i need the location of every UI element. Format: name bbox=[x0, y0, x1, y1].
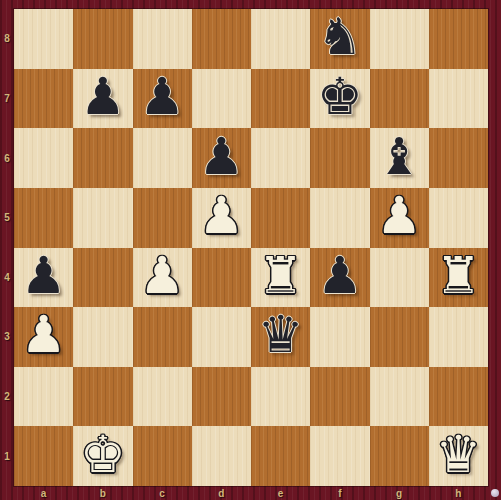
file-label-g: g bbox=[370, 486, 429, 500]
rank-label-1: 1 bbox=[0, 426, 14, 486]
square-d8[interactable] bbox=[192, 9, 251, 69]
square-e6[interactable] bbox=[251, 128, 310, 188]
square-a1[interactable] bbox=[14, 426, 73, 486]
square-g7[interactable] bbox=[370, 69, 429, 129]
square-a8[interactable] bbox=[14, 9, 73, 69]
square-d1[interactable] bbox=[192, 426, 251, 486]
square-e5[interactable] bbox=[251, 188, 310, 248]
square-e1[interactable] bbox=[251, 426, 310, 486]
corner-dot bbox=[491, 489, 499, 497]
rank-label-5: 5 bbox=[0, 188, 14, 248]
file-label-d: d bbox=[192, 486, 251, 500]
square-g1[interactable] bbox=[370, 426, 429, 486]
square-h8[interactable] bbox=[429, 9, 488, 69]
square-h4[interactable]: ♜ bbox=[429, 248, 488, 308]
square-b6[interactable] bbox=[73, 128, 132, 188]
square-a4[interactable]: ♟ bbox=[14, 248, 73, 308]
square-h1[interactable]: ♛ bbox=[429, 426, 488, 486]
square-c1[interactable] bbox=[133, 426, 192, 486]
square-d4[interactable] bbox=[192, 248, 251, 308]
square-g6[interactable]: ♝ bbox=[370, 128, 429, 188]
piece-white-pawn-g5[interactable]: ♟ bbox=[376, 190, 422, 241]
square-c3[interactable] bbox=[133, 307, 192, 367]
square-a6[interactable] bbox=[14, 128, 73, 188]
square-d7[interactable] bbox=[192, 69, 251, 129]
square-c7[interactable]: ♟ bbox=[133, 69, 192, 129]
square-f8[interactable]: ♞ bbox=[310, 9, 369, 69]
piece-white-pawn-c4[interactable]: ♟ bbox=[139, 250, 185, 301]
square-h6[interactable] bbox=[429, 128, 488, 188]
square-f3[interactable] bbox=[310, 307, 369, 367]
square-g4[interactable] bbox=[370, 248, 429, 308]
square-e8[interactable] bbox=[251, 9, 310, 69]
piece-white-queen-h1[interactable]: ♛ bbox=[436, 429, 482, 480]
piece-black-pawn-a4[interactable]: ♟ bbox=[21, 250, 67, 301]
square-h3[interactable] bbox=[429, 307, 488, 367]
square-e3[interactable]: ♛ bbox=[251, 307, 310, 367]
file-label-f: f bbox=[310, 486, 369, 500]
square-g8[interactable] bbox=[370, 9, 429, 69]
square-d5[interactable]: ♟ bbox=[192, 188, 251, 248]
piece-black-pawn-f4[interactable]: ♟ bbox=[317, 250, 363, 301]
square-c2[interactable] bbox=[133, 367, 192, 427]
piece-white-rook-e4[interactable]: ♜ bbox=[258, 250, 304, 301]
piece-black-pawn-d6[interactable]: ♟ bbox=[199, 131, 245, 182]
piece-white-rook-h4[interactable]: ♜ bbox=[436, 250, 482, 301]
square-g3[interactable] bbox=[370, 307, 429, 367]
piece-black-knight-f8[interactable]: ♞ bbox=[317, 11, 363, 62]
square-f1[interactable] bbox=[310, 426, 369, 486]
file-label-a: a bbox=[14, 486, 73, 500]
square-h2[interactable] bbox=[429, 367, 488, 427]
square-b3[interactable] bbox=[73, 307, 132, 367]
piece-black-king-f7[interactable]: ♚ bbox=[317, 71, 363, 122]
rank-label-2: 2 bbox=[0, 367, 14, 427]
square-b4[interactable] bbox=[73, 248, 132, 308]
square-c6[interactable] bbox=[133, 128, 192, 188]
square-a7[interactable] bbox=[14, 69, 73, 129]
rank-label-8: 8 bbox=[0, 9, 14, 69]
rank-label-4: 4 bbox=[0, 248, 14, 308]
piece-black-queen-e3[interactable]: ♛ bbox=[258, 309, 304, 360]
square-e2[interactable] bbox=[251, 367, 310, 427]
square-g2[interactable] bbox=[370, 367, 429, 427]
piece-black-bishop-g6[interactable]: ♝ bbox=[376, 131, 422, 182]
square-b5[interactable] bbox=[73, 188, 132, 248]
square-a5[interactable] bbox=[14, 188, 73, 248]
square-d3[interactable] bbox=[192, 307, 251, 367]
piece-black-pawn-c7[interactable]: ♟ bbox=[139, 71, 185, 122]
square-a3[interactable]: ♟ bbox=[14, 307, 73, 367]
piece-white-king-b1[interactable]: ♚ bbox=[80, 429, 126, 480]
square-c5[interactable] bbox=[133, 188, 192, 248]
square-d2[interactable] bbox=[192, 367, 251, 427]
square-b2[interactable] bbox=[73, 367, 132, 427]
square-d6[interactable]: ♟ bbox=[192, 128, 251, 188]
piece-white-pawn-d5[interactable]: ♟ bbox=[199, 190, 245, 241]
piece-white-pawn-a3[interactable]: ♟ bbox=[21, 309, 67, 360]
square-c8[interactable] bbox=[133, 9, 192, 69]
chessboard-frame: ♞♟♟♚♟♝♟♟♟♟♜♟♜♟♛♚♛ 87654321 abcdefgh bbox=[0, 0, 501, 500]
square-f5[interactable] bbox=[310, 188, 369, 248]
square-b7[interactable]: ♟ bbox=[73, 69, 132, 129]
square-f6[interactable] bbox=[310, 128, 369, 188]
square-e4[interactable]: ♜ bbox=[251, 248, 310, 308]
rank-label-3: 3 bbox=[0, 307, 14, 367]
rank-label-7: 7 bbox=[0, 69, 14, 129]
square-c4[interactable]: ♟ bbox=[133, 248, 192, 308]
chess-board: ♞♟♟♚♟♝♟♟♟♟♜♟♜♟♛♚♛ bbox=[14, 9, 488, 486]
file-label-e: e bbox=[251, 486, 310, 500]
piece-black-pawn-b7[interactable]: ♟ bbox=[80, 71, 126, 122]
square-h7[interactable] bbox=[429, 69, 488, 129]
square-f4[interactable]: ♟ bbox=[310, 248, 369, 308]
square-e7[interactable] bbox=[251, 69, 310, 129]
file-label-h: h bbox=[429, 486, 488, 500]
file-label-c: c bbox=[133, 486, 192, 500]
square-a2[interactable] bbox=[14, 367, 73, 427]
square-f2[interactable] bbox=[310, 367, 369, 427]
square-b1[interactable]: ♚ bbox=[73, 426, 132, 486]
square-h5[interactable] bbox=[429, 188, 488, 248]
file-label-b: b bbox=[73, 486, 132, 500]
rank-label-6: 6 bbox=[0, 128, 14, 188]
square-b8[interactable] bbox=[73, 9, 132, 69]
square-g5[interactable]: ♟ bbox=[370, 188, 429, 248]
square-f7[interactable]: ♚ bbox=[310, 69, 369, 129]
